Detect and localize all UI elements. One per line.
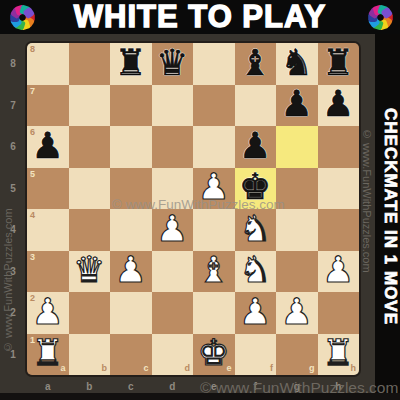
piece-white-rook-a1: ♜ [32, 335, 64, 371]
piece-black-bishop-f8: ♝ [239, 45, 271, 81]
rank-labels: 87654321 [0, 43, 26, 375]
square-h6[interactable] [318, 126, 360, 168]
board-coord-file-e: e [226, 364, 231, 373]
bottom-band [0, 393, 400, 400]
square-a6[interactable]: 6♟ [27, 126, 69, 168]
file-labels: abcdefgh [27, 378, 359, 394]
rank-label-5: 5 [0, 168, 26, 210]
square-b8[interactable] [69, 43, 111, 85]
board-coord-rank-6: 6 [30, 128, 35, 137]
file-label-d: d [152, 378, 194, 394]
square-h2[interactable] [318, 292, 360, 334]
board-coord-rank-4: 4 [30, 211, 35, 220]
square-c3[interactable]: ♟ [110, 251, 152, 293]
square-g4[interactable] [276, 209, 318, 251]
square-e3[interactable]: ♝ [193, 251, 235, 293]
square-d7[interactable] [152, 85, 194, 127]
rank-label-6: 6 [0, 126, 26, 168]
square-b7[interactable] [69, 85, 111, 127]
file-label-c: c [110, 378, 152, 394]
puzzle-pieces-icon [7, 2, 38, 33]
board-coord-rank-2: 2 [30, 294, 35, 303]
file-label-e: e [193, 378, 235, 394]
square-a4[interactable]: 4 [27, 209, 69, 251]
board-coord-file-c: c [143, 364, 148, 373]
square-g7[interactable]: ♟ [276, 85, 318, 127]
piece-black-king-f5: ♚ [239, 169, 271, 205]
piece-black-queen-d8: ♛ [156, 45, 188, 81]
square-b2[interactable] [69, 292, 111, 334]
puzzle-type-sidebar: CHECKMATE IN 1 MOVE [375, 34, 400, 400]
chess-board[interactable]: 8♜♛♝♞♜7♟♟6♟♟5♟♚4♟♞3♛♟♝♞♟2♟♟♟1a♜bcde♚fgh♜ [27, 43, 359, 375]
rank-label-4: 4 [0, 209, 26, 251]
square-e4[interactable] [193, 209, 235, 251]
square-c7[interactable] [110, 85, 152, 127]
piece-white-knight-f4: ♞ [239, 211, 271, 247]
square-a5[interactable]: 5 [27, 168, 69, 210]
square-g2[interactable]: ♟ [276, 292, 318, 334]
puzzle-type-label: CHECKMATE IN 1 MOVE [375, 42, 400, 392]
square-a8[interactable]: 8 [27, 43, 69, 85]
piece-black-pawn-g7: ♟ [281, 86, 313, 122]
square-d8[interactable]: ♛ [152, 43, 194, 85]
rank-label-1: 1 [0, 334, 26, 376]
square-c2[interactable] [110, 292, 152, 334]
square-h3[interactable]: ♟ [318, 251, 360, 293]
title-banner: WHITE TO PLAY [0, 0, 400, 34]
rank-label-2: 2 [0, 292, 26, 334]
square-f7[interactable] [235, 85, 277, 127]
piece-white-queen-b3: ♛ [73, 252, 105, 288]
board-coord-rank-5: 5 [30, 170, 35, 179]
square-f2[interactable]: ♟ [235, 292, 277, 334]
watermark-right: © www.FunWithPuzzles.com [361, 128, 373, 368]
square-f8[interactable]: ♝ [235, 43, 277, 85]
page-title: WHITE TO PLAY [74, 0, 326, 34]
file-label-f: f [235, 378, 277, 394]
board-coord-rank-7: 7 [30, 87, 35, 96]
piece-white-bishop-e3: ♝ [198, 252, 230, 288]
square-g5[interactable] [276, 168, 318, 210]
board-coord-file-h: h [351, 364, 357, 373]
board-coord-file-b: b [102, 364, 108, 373]
piece-white-pawn-g2: ♟ [281, 294, 313, 330]
square-d6[interactable] [152, 126, 194, 168]
board-coord-file-g: g [309, 364, 315, 373]
puzzle-pieces-icon [365, 2, 396, 33]
square-g6[interactable] [276, 126, 318, 168]
file-label-a: a [27, 378, 69, 394]
square-f5[interactable]: ♚ [235, 168, 277, 210]
square-b4[interactable] [69, 209, 111, 251]
square-b5[interactable] [69, 168, 111, 210]
square-d5[interactable] [152, 168, 194, 210]
square-d1[interactable]: d [152, 334, 194, 376]
board-coord-rank-1: 1 [30, 336, 35, 345]
square-h8[interactable]: ♜ [318, 43, 360, 85]
square-e8[interactable] [193, 43, 235, 85]
board-coord-rank-3: 3 [30, 253, 35, 262]
piece-white-pawn-h3: ♟ [322, 252, 354, 288]
board-coord-file-f: f [270, 364, 273, 373]
square-d3[interactable] [152, 251, 194, 293]
square-c1[interactable]: c [110, 334, 152, 376]
square-c6[interactable] [110, 126, 152, 168]
square-b6[interactable] [69, 126, 111, 168]
square-f4[interactable]: ♞ [235, 209, 277, 251]
piece-white-pawn-c3: ♟ [115, 252, 147, 288]
file-label-b: b [69, 378, 111, 394]
square-e5[interactable]: ♟ [193, 168, 235, 210]
square-e6[interactable] [193, 126, 235, 168]
square-h5[interactable] [318, 168, 360, 210]
square-f1[interactable]: f [235, 334, 277, 376]
square-h1[interactable]: h♜ [318, 334, 360, 376]
square-c8[interactable]: ♜ [110, 43, 152, 85]
square-c4[interactable] [110, 209, 152, 251]
square-b3[interactable]: ♛ [69, 251, 111, 293]
square-a2[interactable]: 2♟ [27, 292, 69, 334]
square-a7[interactable]: 7 [27, 85, 69, 127]
square-b1[interactable]: b [69, 334, 111, 376]
piece-black-pawn-h7: ♟ [322, 86, 354, 122]
board-coord-rank-8: 8 [30, 45, 35, 54]
rank-label-8: 8 [0, 43, 26, 85]
piece-white-pawn-f2: ♟ [239, 294, 271, 330]
square-g1[interactable]: g [276, 334, 318, 376]
piece-black-pawn-f6: ♟ [239, 128, 271, 164]
file-label-g: g [276, 378, 318, 394]
rank-label-3: 3 [0, 251, 26, 293]
square-f6[interactable]: ♟ [235, 126, 277, 168]
piece-white-knight-f3: ♞ [239, 252, 271, 288]
piece-white-pawn-a2: ♟ [32, 294, 64, 330]
square-a1[interactable]: 1a♜ [27, 334, 69, 376]
piece-white-pawn-d4: ♟ [156, 211, 188, 247]
piece-black-knight-g8: ♞ [281, 45, 313, 81]
piece-black-rook-h8: ♜ [322, 45, 354, 81]
square-c5[interactable] [110, 168, 152, 210]
board-coord-file-a: a [60, 364, 65, 373]
square-d2[interactable] [152, 292, 194, 334]
square-g8[interactable]: ♞ [276, 43, 318, 85]
piece-black-rook-c8: ♜ [115, 45, 147, 81]
piece-white-king-e1: ♚ [198, 335, 230, 371]
piece-white-pawn-e5: ♟ [198, 169, 230, 205]
board-coord-file-d: d [185, 364, 191, 373]
square-e1[interactable]: e♚ [193, 334, 235, 376]
rank-label-7: 7 [0, 85, 26, 127]
square-e7[interactable] [193, 85, 235, 127]
piece-black-pawn-a6: ♟ [32, 128, 64, 164]
file-label-h: h [318, 378, 360, 394]
square-h7[interactable]: ♟ [318, 85, 360, 127]
square-f3[interactable]: ♞ [235, 251, 277, 293]
square-d4[interactable]: ♟ [152, 209, 194, 251]
square-h4[interactable] [318, 209, 360, 251]
square-a3[interactable]: 3 [27, 251, 69, 293]
square-e2[interactable] [193, 292, 235, 334]
square-g3[interactable] [276, 251, 318, 293]
